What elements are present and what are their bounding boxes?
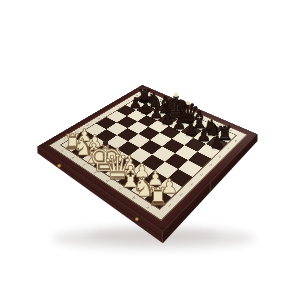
piece-white-B-c1: ♝ (113, 163, 148, 192)
pieces-layer: ♜♞♝♚♛♝♞♜♟♟♟♟♟♟♟♟♟♟♟♟♟♟♟♟♜♞♝♚♛♝♞♜ (0, 0, 300, 300)
piece-white-R-h1: ♜ (60, 132, 85, 153)
piece-black-N-b8: ♞ (199, 117, 225, 138)
piece-shadow (150, 201, 166, 206)
piece-shadow (162, 190, 178, 195)
piece-shadow (66, 146, 80, 150)
piece-white-P-f2: ♟ (95, 140, 116, 158)
piece-white-R-a1: ♜ (143, 185, 172, 209)
piece-shadow (110, 175, 125, 180)
piece-black-P-d7: ♟ (170, 116, 189, 132)
piece-shadow (87, 160, 102, 165)
piece-black-P-a7: ♟ (207, 134, 227, 151)
king-finial (174, 93, 178, 97)
piece-black-P-e7: ♟ (158, 111, 177, 127)
piece-shadow (219, 137, 232, 141)
piece-white-P-h2: ♟ (74, 127, 94, 144)
piece-shadow (173, 127, 186, 131)
piece-black-R-h8: ♜ (134, 88, 155, 105)
piece-shadow (210, 145, 223, 149)
piece-black-B-f8: ♝ (152, 94, 179, 117)
piece-shadow (78, 138, 92, 142)
piece-shadow (161, 121, 173, 125)
piece-black-P-h7: ♟ (127, 96, 145, 111)
piece-white-N-b1: ♞ (128, 174, 160, 200)
piece-white-K-e1: ♚ (83, 139, 129, 177)
piece-shadow (122, 166, 137, 171)
piece-black-B-c8: ♝ (185, 109, 214, 133)
piece-shadow (185, 132, 198, 136)
piece-white-P-c2: ♟ (131, 161, 154, 180)
piece-shadow (88, 145, 102, 149)
piece-shadow (148, 182, 163, 187)
piece-shadow (99, 151, 113, 156)
piece-shadow (98, 167, 113, 172)
piece-shadow (140, 111, 152, 115)
piece-shadow (139, 100, 151, 104)
piece-shadow (197, 139, 210, 143)
piece-shadow (181, 120, 193, 124)
piece-white-P-b2: ♟ (144, 169, 167, 188)
piece-black-P-b7: ♟ (194, 128, 214, 145)
piece-shadow (135, 173, 150, 178)
piece-shadow (123, 183, 139, 188)
piece-white-Q-d1: ♛ (97, 150, 138, 184)
product-photo-canvas: hhggffeeddccbbaa8877665544332211 ♜♞♝♚♛♝♞… (0, 0, 300, 300)
piece-black-R-a8: ♜ (213, 124, 236, 143)
piece-shadow (193, 126, 206, 130)
piece-black-K-e8: ♚ (157, 92, 195, 123)
piece-black-Q-d8: ♛ (171, 100, 205, 128)
piece-white-P-d2: ♟ (118, 154, 140, 173)
piece-black-P-f7: ♟ (147, 106, 165, 121)
piece-white-P-e2: ♟ (106, 146, 128, 164)
piece-black-P-g7: ♟ (137, 101, 155, 116)
piece-shadow (159, 110, 171, 114)
piece-shadow (150, 116, 162, 120)
piece-white-P-a2: ♟ (158, 177, 182, 197)
piece-black-P-c7: ♟ (181, 122, 201, 138)
piece-white-P-g2: ♟ (84, 133, 105, 150)
piece-shadow (110, 158, 124, 163)
piece-shadow (130, 106, 142, 110)
piece-white-N-g1: ♞ (69, 136, 97, 160)
piece-shadow (206, 131, 219, 135)
piece-shadow (170, 115, 182, 119)
piece-shadow (149, 105, 161, 109)
king-finial (103, 140, 108, 145)
king-finial (186, 101, 190, 105)
piece-black-N-g8: ♞ (143, 91, 166, 110)
piece-shadow (136, 192, 152, 197)
piece-white-B-f1: ♝ (78, 140, 111, 167)
piece-shadow (76, 153, 90, 158)
